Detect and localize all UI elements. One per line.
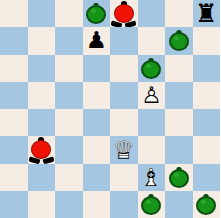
square-h2[interactable] — [193, 164, 221, 191]
square-h7[interactable] — [193, 27, 221, 54]
red-piece-ball — [31, 140, 51, 159]
square-f1[interactable] — [138, 191, 166, 218]
square-a3[interactable] — [0, 136, 28, 163]
piece-fill-glyph: ♜ — [193, 0, 221, 27]
square-b5[interactable] — [28, 82, 56, 109]
square-d4[interactable] — [83, 109, 111, 136]
square-c8[interactable] — [55, 0, 83, 27]
square-f5[interactable]: ♟♙ — [138, 82, 166, 109]
green-ball[interactable] — [196, 196, 216, 215]
square-g7[interactable] — [165, 27, 193, 54]
square-c6[interactable] — [55, 55, 83, 82]
piece-outline-glyph: ♙ — [83, 27, 111, 54]
green-ball-highlight — [201, 200, 206, 204]
square-a7[interactable] — [0, 27, 28, 54]
square-g1[interactable] — [165, 191, 193, 218]
red-piece[interactable] — [111, 1, 136, 27]
green-ball-stem — [176, 30, 181, 34]
square-d6[interactable] — [83, 55, 111, 82]
square-a2[interactable] — [0, 164, 28, 191]
white-bishop[interactable]: ♝♗ — [138, 164, 166, 191]
square-c5[interactable] — [55, 82, 83, 109]
square-e6[interactable] — [110, 55, 138, 82]
square-f4[interactable] — [138, 109, 166, 136]
square-a1[interactable] — [0, 191, 28, 218]
green-ball-highlight — [91, 9, 96, 13]
square-d1[interactable] — [83, 191, 111, 218]
green-ball[interactable] — [169, 169, 189, 188]
square-d2[interactable] — [83, 164, 111, 191]
square-b2[interactable] — [28, 164, 56, 191]
square-f3[interactable] — [138, 136, 166, 163]
white-pawn[interactable]: ♟♙ — [138, 82, 166, 109]
black-pawn[interactable]: ♟♙ — [83, 27, 111, 54]
square-h6[interactable] — [193, 55, 221, 82]
green-ball-highlight — [146, 64, 151, 68]
square-c2[interactable] — [55, 164, 83, 191]
square-e1[interactable] — [110, 191, 138, 218]
square-e4[interactable] — [110, 109, 138, 136]
square-g4[interactable] — [165, 109, 193, 136]
square-a6[interactable] — [0, 55, 28, 82]
square-c7[interactable] — [55, 27, 83, 54]
square-h1[interactable] — [193, 191, 221, 218]
square-g3[interactable] — [165, 136, 193, 163]
square-a8[interactable] — [0, 0, 28, 27]
green-ball-stem — [204, 194, 209, 198]
piece-fill-glyph: ♛ — [110, 136, 138, 163]
green-ball-stem — [94, 3, 99, 7]
square-b8[interactable] — [28, 0, 56, 27]
square-h5[interactable] — [193, 82, 221, 109]
piece-fill-glyph: ♝ — [138, 164, 166, 191]
square-b4[interactable] — [28, 109, 56, 136]
green-ball[interactable] — [141, 60, 161, 79]
chess-board: ♜♖♟♙♟♙♛♕♝♗ — [0, 0, 220, 218]
green-ball-stem — [149, 58, 154, 62]
green-ball[interactable] — [169, 32, 189, 51]
square-e8[interactable] — [110, 0, 138, 27]
square-h4[interactable] — [193, 109, 221, 136]
piece-fill-glyph: ♟ — [138, 82, 166, 109]
square-f6[interactable] — [138, 55, 166, 82]
square-g8[interactable] — [165, 0, 193, 27]
green-ball[interactable] — [141, 196, 161, 215]
square-d8[interactable] — [83, 0, 111, 27]
square-c1[interactable] — [55, 191, 83, 218]
piece-outline-glyph: ♖ — [193, 0, 221, 27]
square-e5[interactable] — [110, 82, 138, 109]
square-f7[interactable] — [138, 27, 166, 54]
green-ball-highlight — [174, 36, 179, 40]
square-h8[interactable]: ♜♖ — [193, 0, 221, 27]
square-a4[interactable] — [0, 109, 28, 136]
square-a5[interactable] — [0, 82, 28, 109]
square-e2[interactable] — [110, 164, 138, 191]
piece-outline-glyph: ♕ — [110, 136, 138, 163]
red-piece-ball — [114, 4, 134, 23]
square-b6[interactable] — [28, 55, 56, 82]
black-rook[interactable]: ♜♖ — [193, 0, 221, 27]
green-ball-highlight — [174, 173, 179, 177]
piece-outline-glyph: ♗ — [138, 164, 166, 191]
piece-outline-glyph: ♙ — [138, 82, 166, 109]
square-c4[interactable] — [55, 109, 83, 136]
square-f8[interactable] — [138, 0, 166, 27]
green-ball-stem — [149, 194, 154, 198]
square-g2[interactable] — [165, 164, 193, 191]
square-b3[interactable] — [28, 136, 56, 163]
square-c3[interactable] — [55, 136, 83, 163]
square-d3[interactable] — [83, 136, 111, 163]
square-b7[interactable] — [28, 27, 56, 54]
green-ball[interactable] — [86, 5, 106, 24]
square-b1[interactable] — [28, 191, 56, 218]
green-ball-stem — [176, 167, 181, 171]
green-ball-highlight — [146, 200, 151, 204]
white-queen[interactable]: ♛♕ — [110, 136, 138, 163]
square-d5[interactable] — [83, 82, 111, 109]
square-e3[interactable]: ♛♕ — [110, 136, 138, 163]
piece-fill-glyph: ♟ — [83, 27, 111, 54]
square-d7[interactable]: ♟♙ — [83, 27, 111, 54]
square-g5[interactable] — [165, 82, 193, 109]
square-g6[interactable] — [165, 55, 193, 82]
square-h3[interactable] — [193, 136, 221, 163]
square-f2[interactable]: ♝♗ — [138, 164, 166, 191]
red-piece[interactable] — [29, 137, 54, 163]
square-e7[interactable] — [110, 27, 138, 54]
